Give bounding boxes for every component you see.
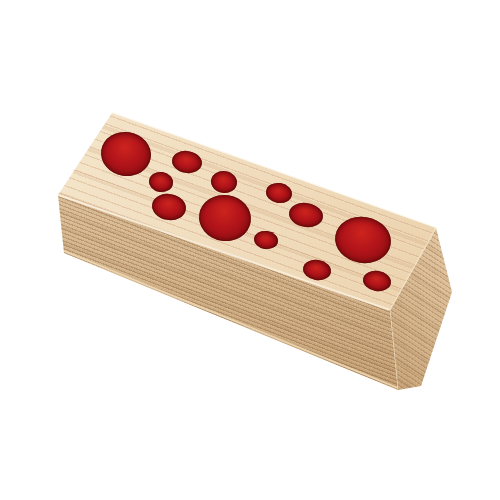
wooden-block [0, 0, 500, 500]
product-photo [0, 0, 500, 500]
